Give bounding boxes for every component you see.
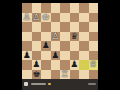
black-pawn-f5: ♟ <box>41 41 51 51</box>
square-c3[interactable] <box>70 22 80 32</box>
square-a2[interactable] <box>89 13 99 23</box>
square-b3[interactable] <box>79 22 89 32</box>
square-d3[interactable] <box>60 22 70 32</box>
square-h2[interactable]: ♙ <box>22 13 32 23</box>
square-a8[interactable] <box>89 70 99 80</box>
square-h4[interactable] <box>22 32 32 42</box>
square-b8[interactable] <box>79 70 89 80</box>
player-name-text-placeholder <box>31 83 46 85</box>
square-g7[interactable]: ♟ <box>32 60 42 70</box>
square-a6[interactable] <box>89 51 99 61</box>
square-a1[interactable] <box>89 3 99 13</box>
square-b5[interactable] <box>79 41 89 51</box>
square-f5[interactable]: ♟ <box>41 41 51 51</box>
square-g5[interactable] <box>32 41 42 51</box>
square-f6[interactable] <box>41 51 51 61</box>
square-b4[interactable] <box>79 32 89 42</box>
square-h7[interactable] <box>22 60 32 70</box>
square-g8[interactable]: ♚ <box>32 70 42 80</box>
square-e1[interactable] <box>51 3 61 13</box>
square-g6[interactable] <box>32 51 42 61</box>
player-bar <box>22 79 98 90</box>
black-queen-c4: ♛ <box>70 32 80 42</box>
square-c8[interactable] <box>70 70 80 80</box>
square-d7[interactable] <box>60 60 70 70</box>
letterbox-right <box>98 0 120 90</box>
square-h3[interactable] <box>22 22 32 32</box>
square-c5[interactable] <box>70 41 80 51</box>
white-queen-a7: ♕ <box>89 60 99 70</box>
square-b7[interactable] <box>79 60 89 70</box>
white-king-f2: ♔ <box>41 13 51 23</box>
square-e5[interactable] <box>51 41 61 51</box>
square-b2[interactable] <box>79 13 89 23</box>
player-avatar-icon <box>24 82 28 86</box>
square-h1[interactable] <box>22 3 32 13</box>
square-e7[interactable] <box>51 60 61 70</box>
square-c1[interactable] <box>70 3 80 13</box>
black-pawn-c7: ♟ <box>70 60 80 70</box>
square-b6[interactable] <box>79 51 89 61</box>
square-d2[interactable] <box>60 13 70 23</box>
square-a3[interactable] <box>89 22 99 32</box>
square-f8[interactable] <box>41 70 51 80</box>
square-h6[interactable]: ♟ <box>22 51 32 61</box>
square-b1[interactable] <box>79 3 89 13</box>
square-a5[interactable] <box>89 41 99 51</box>
square-e4[interactable]: ♙ <box>51 32 61 42</box>
square-g2[interactable]: ♙ <box>32 13 42 23</box>
video-frame: ♙♙♔♙♛♟♟♟♟♟♕♚♖ <box>0 0 120 90</box>
white-pawn-h2: ♙ <box>22 13 32 23</box>
rating-badge-placeholder <box>48 83 51 85</box>
clock-text-placeholder <box>88 83 96 85</box>
square-g1[interactable] <box>32 3 42 13</box>
square-c7[interactable]: ♟ <box>70 60 80 70</box>
square-a4[interactable] <box>89 32 99 42</box>
square-d8[interactable]: ♖ <box>60 70 70 80</box>
square-f4[interactable] <box>41 32 51 42</box>
square-f7[interactable] <box>41 60 51 70</box>
white-rook-d8: ♖ <box>60 70 70 80</box>
square-a7[interactable]: ♕ <box>89 60 99 70</box>
chess-board: ♙♙♔♙♛♟♟♟♟♟♕♚♖ <box>22 3 98 79</box>
square-h8[interactable] <box>22 70 32 80</box>
square-c4[interactable]: ♛ <box>70 32 80 42</box>
black-pawn-g7: ♟ <box>32 60 42 70</box>
square-h5[interactable] <box>22 41 32 51</box>
letterbox-left <box>0 0 22 90</box>
square-e8[interactable] <box>51 70 61 80</box>
square-d5[interactable] <box>60 41 70 51</box>
square-e6[interactable]: ♟ <box>51 51 61 61</box>
black-pawn-h6: ♟ <box>22 51 32 61</box>
square-d1[interactable] <box>60 3 70 13</box>
square-c6[interactable] <box>70 51 80 61</box>
white-pawn-e4: ♙ <box>51 32 61 42</box>
black-king-g8: ♚ <box>32 70 42 80</box>
video-content: ♙♙♔♙♛♟♟♟♟♟♕♚♖ <box>22 0 98 90</box>
square-f2[interactable]: ♔ <box>41 13 51 23</box>
square-f3[interactable] <box>41 22 51 32</box>
black-pawn-e6: ♟ <box>51 51 61 61</box>
square-g3[interactable] <box>32 22 42 32</box>
square-g4[interactable] <box>32 32 42 42</box>
square-e3[interactable] <box>51 22 61 32</box>
white-pawn-g2: ♙ <box>32 13 42 23</box>
square-c2[interactable] <box>70 13 80 23</box>
square-d6[interactable] <box>60 51 70 61</box>
square-d4[interactable] <box>60 32 70 42</box>
square-e2[interactable] <box>51 13 61 23</box>
square-f1[interactable] <box>41 3 51 13</box>
